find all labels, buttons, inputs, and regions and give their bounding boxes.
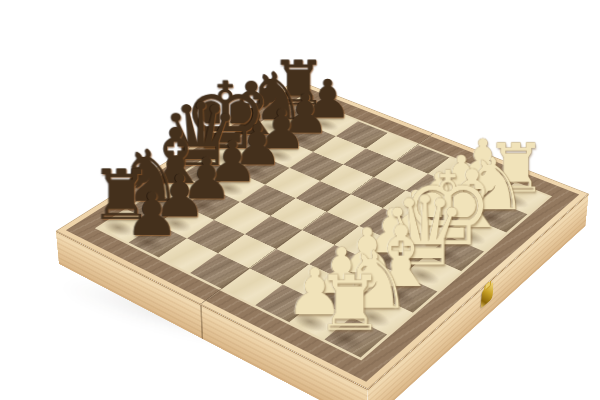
fold-seam-side	[200, 305, 203, 339]
walnut-frame: ♜♟♟♜♞♟♟♞♝♟♟♝♚♟♟♚♛♟♟♛♝♟♟♝♞♟♟♞♜♟♟♜	[66, 84, 579, 382]
folding-chess-box: ♜♟♟♜♞♟♟♞♝♟♟♝♚♟♟♚♛♟♟♛♝♟♟♝♞♟♟♞♜♟♟♜	[56, 80, 589, 389]
board-inner-line: ♜♟♟♜♞♟♟♞♝♟♟♝♚♟♟♚♛♟♟♛♝♟♟♝♞♟♟♞♜♟♟♜	[95, 97, 552, 361]
black-pawn-a7: ♟	[101, 184, 204, 244]
white-rook-a1: ♜	[294, 266, 407, 343]
square-a1: ♜	[324, 317, 387, 357]
board-top-face: ♜♟♟♜♞♟♟♞♝♟♟♝♚♟♟♚♛♟♟♛♝♟♟♝♞♟♟♞♜♟♟♜	[56, 80, 589, 389]
product-photo: ♜♟♟♜♞♟♟♞♝♟♟♝♚♟♟♚♛♟♟♛♝♟♟♝♞♟♟♞♜♟♟♜	[0, 0, 600, 400]
